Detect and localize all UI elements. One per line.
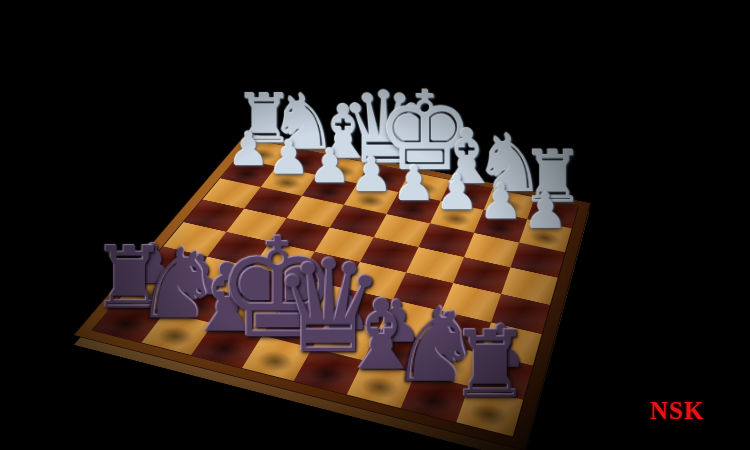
piece-white-pawn-d2[interactable]: ♟	[393, 159, 436, 207]
piece-white-pawn-a2[interactable]: ♟	[524, 186, 568, 235]
piece-white-pawn-h2[interactable]: ♟	[228, 126, 270, 172]
chess-board-stage: ♜♞♝♛♚♝♞♜♟♟♟♟♟♟♟♟♟♟♟♟♟♟♟♟♜♞♝♚♛♝♞♜	[141, 43, 579, 450]
piece-white-pawn-g2[interactable]: ♟	[268, 134, 310, 181]
piece-white-pawn-e2[interactable]: ♟	[350, 151, 393, 199]
watermark-nsk: NSK	[650, 397, 704, 425]
chess-board-grid: ♜♞♝♛♚♝♞♜♟♟♟♟♟♟♟♟♟♟♟♟♟♟♟♟♜♞♝♚♛♝♞♜	[93, 139, 578, 436]
piece-white-pawn-f2[interactable]: ♟	[309, 142, 351, 189]
piece-black-rook-a8[interactable]: ♜	[449, 319, 532, 411]
square-a8[interactable]: ♜	[456, 386, 523, 436]
chess-render-scene: ♜♞♝♛♚♝♞♜♟♟♟♟♟♟♟♟♟♟♟♟♟♟♟♟♜♞♝♚♛♝♞♜ NSK	[0, 0, 750, 450]
piece-white-pawn-b2[interactable]: ♟	[479, 177, 523, 226]
board-3d-plane: ♜♞♝♛♚♝♞♜♟♟♟♟♟♟♟♟♟♟♟♟♟♟♟♟♜♞♝♚♛♝♞♜	[73, 132, 592, 450]
piece-white-pawn-c2[interactable]: ♟	[435, 168, 478, 216]
